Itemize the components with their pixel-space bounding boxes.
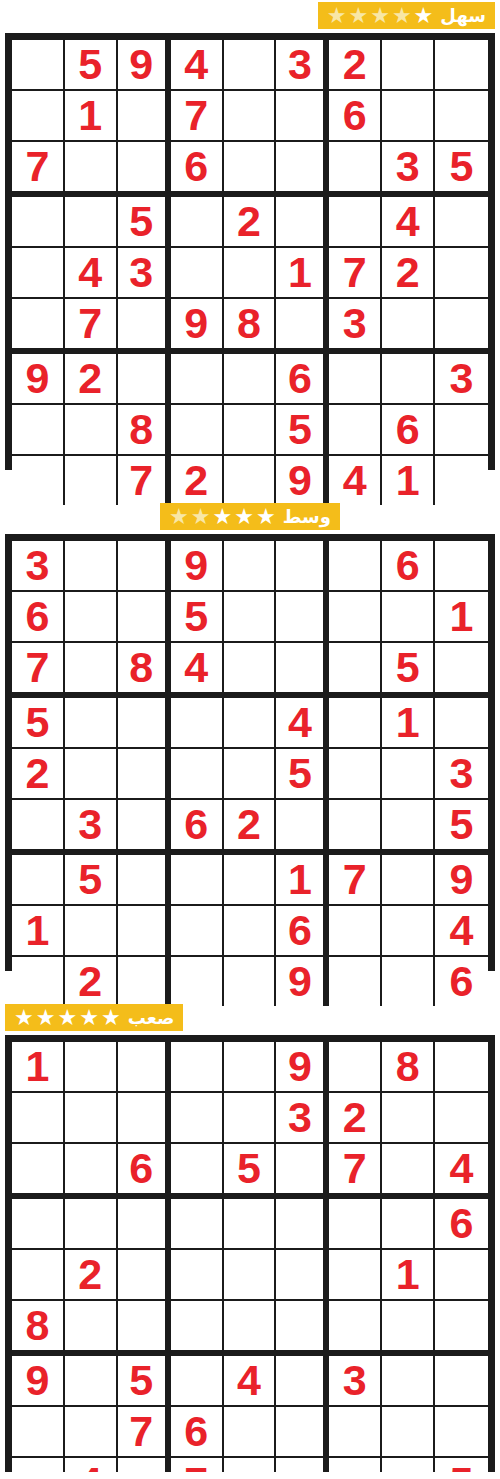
sudoku-cell-easy-r5c7[interactable]: 7	[329, 248, 382, 299]
sudoku-cell-easy-r5c8[interactable]: 2	[382, 248, 435, 299]
difficulty-banner-medium: ★★★★★ وسط	[160, 503, 340, 530]
sudoku-cell-medium-r6c9[interactable]: 5	[435, 800, 488, 855]
sudoku-cell-medium-r3c5[interactable]	[224, 643, 277, 698]
sudoku-cell-easy-r6c6[interactable]	[276, 299, 329, 354]
sudoku-cell-easy-r9c1[interactable]	[12, 456, 65, 505]
sudoku-cell-easy-r8c4[interactable]	[171, 405, 224, 456]
star-empty-icon: ★	[327, 2, 347, 29]
sudoku-cell-easy-r4c3[interactable]: 5	[118, 197, 171, 248]
sudoku-cell-medium-r1c3[interactable]	[118, 541, 171, 592]
sudoku-cell-medium-r8c8[interactable]	[382, 906, 435, 957]
sudoku-cell-hard-r9c9[interactable]: 5	[435, 1458, 488, 1472]
sudoku-cell-hard-r3c8[interactable]	[382, 1144, 435, 1199]
star-filled-icon: ★	[14, 1004, 34, 1031]
sudoku-cell-easy-r6c5[interactable]: 8	[224, 299, 277, 354]
sudoku-cell-hard-r7c2[interactable]	[65, 1356, 118, 1407]
sudoku-cell-easy-r7c9[interactable]: 3	[435, 354, 488, 405]
star-filled-icon: ★	[213, 503, 233, 530]
sudoku-cell-easy-r8c5[interactable]	[224, 405, 277, 456]
sudoku-cell-easy-r3c4[interactable]: 6	[171, 142, 224, 197]
sudoku-cell-medium-r6c6[interactable]	[276, 800, 329, 855]
sudoku-cell-easy-r5c4[interactable]	[171, 248, 224, 299]
sudoku-cell-hard-r9c2[interactable]: 4	[65, 1458, 118, 1472]
sudoku-cell-hard-r7c7[interactable]: 3	[329, 1356, 382, 1407]
sudoku-cell-medium-r6c2[interactable]: 3	[65, 800, 118, 855]
sudoku-cell-hard-r4c6[interactable]	[276, 1199, 329, 1250]
difficulty-banner-easy: ★★★★★ سهل	[318, 2, 495, 29]
difficulty-stars-easy: ★★★★★	[327, 2, 434, 29]
sudoku-cell-hard-r9c7[interactable]	[329, 1458, 382, 1472]
sudoku-cell-medium-r4c3[interactable]	[118, 698, 171, 749]
sudoku-cell-easy-r5c9[interactable]	[435, 248, 488, 299]
sudoku-cell-easy-r7c2[interactable]: 2	[65, 354, 118, 405]
sudoku-cell-medium-r7c5[interactable]	[224, 855, 277, 906]
sudoku-cell-medium-r8c9[interactable]: 4	[435, 906, 488, 957]
sudoku-cell-medium-r1c1[interactable]: 3	[12, 541, 65, 592]
star-filled-icon: ★	[57, 1004, 77, 1031]
sudoku-cell-medium-r4c2[interactable]	[65, 698, 118, 749]
sudoku-cell-hard-r4c4[interactable]	[171, 1199, 224, 1250]
sudoku-cell-easy-r2c2[interactable]: 1	[65, 91, 118, 142]
sudoku-cell-hard-r7c6[interactable]	[276, 1356, 329, 1407]
sudoku-cell-medium-r5c8[interactable]	[382, 749, 435, 800]
sudoku-cell-easy-r7c7[interactable]	[329, 354, 382, 405]
sudoku-cell-hard-r2c4[interactable]	[171, 1093, 224, 1144]
sudoku-cell-medium-r9c6[interactable]: 9	[276, 957, 329, 1006]
sudoku-cell-hard-r7c4[interactable]	[171, 1356, 224, 1407]
sudoku-cell-easy-r9c7[interactable]: 4	[329, 456, 382, 505]
sudoku-cell-easy-r5c2[interactable]: 4	[65, 248, 118, 299]
sudoku-cell-medium-r5c5[interactable]	[224, 749, 277, 800]
sudoku-cell-hard-r3c3[interactable]: 6	[118, 1144, 171, 1199]
sudoku-cell-hard-r6c6[interactable]	[276, 1301, 329, 1356]
sudoku-cell-easy-r1c8[interactable]	[382, 40, 435, 91]
sudoku-cell-easy-r2c7[interactable]: 6	[329, 91, 382, 142]
sudoku-cell-hard-r3c5[interactable]: 5	[224, 1144, 277, 1199]
sudoku-cell-medium-r4c1[interactable]: 5	[12, 698, 65, 749]
sudoku-cell-easy-r6c9[interactable]	[435, 299, 488, 354]
sudoku-cell-medium-r5c1[interactable]: 2	[12, 749, 65, 800]
sudoku-cell-medium-r7c2[interactable]: 5	[65, 855, 118, 906]
sudoku-cell-medium-r1c4[interactable]: 9	[171, 541, 224, 592]
sudoku-cell-hard-r1c3[interactable]	[118, 1042, 171, 1093]
sudoku-cell-hard-r1c6[interactable]: 9	[276, 1042, 329, 1093]
sudoku-cell-easy-r6c3[interactable]	[118, 299, 171, 354]
sudoku-cell-easy-r8c8[interactable]: 6	[382, 405, 435, 456]
sudoku-cell-hard-r5c4[interactable]	[171, 1250, 224, 1301]
sudoku-cell-hard-r5c5[interactable]	[224, 1250, 277, 1301]
sudoku-cell-hard-r1c1[interactable]: 1	[12, 1042, 65, 1093]
sudoku-cell-medium-r2c5[interactable]	[224, 592, 277, 643]
puzzle-medium: ★★★★★ وسط 396651784554125336255179164296	[0, 503, 500, 971]
sudoku-cell-easy-r5c6[interactable]: 1	[276, 248, 329, 299]
sudoku-cell-hard-r5c3[interactable]	[118, 1250, 171, 1301]
sudoku-cell-medium-r8c5[interactable]	[224, 906, 277, 957]
sudoku-cell-hard-r3c4[interactable]	[171, 1144, 224, 1199]
sudoku-cell-hard-r2c2[interactable]	[65, 1093, 118, 1144]
sudoku-grid-medium: 396651784554125336255179164296	[5, 534, 495, 971]
sudoku-cell-medium-r4c6[interactable]: 4	[276, 698, 329, 749]
sudoku-cell-medium-r9c8[interactable]	[382, 957, 435, 1006]
sudoku-cell-medium-r2c4[interactable]: 5	[171, 592, 224, 643]
sudoku-cell-hard-r2c5[interactable]	[224, 1093, 277, 1144]
sudoku-cell-easy-r9c5[interactable]	[224, 456, 277, 505]
star-empty-icon: ★	[370, 2, 390, 29]
sudoku-cell-easy-r1c9[interactable]	[435, 40, 488, 91]
sudoku-cell-medium-r9c1[interactable]	[12, 957, 65, 1006]
sudoku-cell-hard-r2c6[interactable]: 3	[276, 1093, 329, 1144]
sudoku-cell-hard-r2c9[interactable]	[435, 1093, 488, 1144]
puzzle-easy: ★★★★★ سهل 594321767635524431727983926385…	[0, 2, 500, 470]
sudoku-cell-hard-r7c9[interactable]	[435, 1356, 488, 1407]
sudoku-cell-hard-r5c8[interactable]: 1	[382, 1250, 435, 1301]
sudoku-cell-hard-r5c2[interactable]: 2	[65, 1250, 118, 1301]
sudoku-cell-medium-r6c3[interactable]	[118, 800, 171, 855]
sudoku-cell-medium-r4c4[interactable]	[171, 698, 224, 749]
sudoku-cell-medium-r1c5[interactable]	[224, 541, 277, 592]
sudoku-cell-hard-r6c7[interactable]	[329, 1301, 382, 1356]
sudoku-cell-hard-r3c1[interactable]	[12, 1144, 65, 1199]
sudoku-cell-medium-r4c9[interactable]	[435, 698, 488, 749]
sudoku-cell-hard-r1c2[interactable]	[65, 1042, 118, 1093]
sudoku-cell-easy-r4c5[interactable]: 2	[224, 197, 277, 248]
sudoku-cell-medium-r9c2[interactable]: 2	[65, 957, 118, 1006]
sudoku-cell-easy-r4c7[interactable]	[329, 197, 382, 248]
sudoku-cell-hard-r5c6[interactable]	[276, 1250, 329, 1301]
sudoku-cell-hard-r7c1[interactable]: 9	[12, 1356, 65, 1407]
sudoku-cell-hard-r6c3[interactable]	[118, 1301, 171, 1356]
sudoku-cell-easy-r6c1[interactable]	[12, 299, 65, 354]
sudoku-cell-hard-r4c3[interactable]	[118, 1199, 171, 1250]
sudoku-cell-easy-r9c8[interactable]: 1	[382, 456, 435, 505]
sudoku-cell-medium-r7c8[interactable]	[382, 855, 435, 906]
sudoku-cell-easy-r1c1[interactable]	[12, 40, 65, 91]
banner-row-easy: ★★★★★ سهل	[5, 2, 495, 29]
sudoku-cell-medium-r8c6[interactable]: 6	[276, 906, 329, 957]
sudoku-cell-medium-r3c4[interactable]: 4	[171, 643, 224, 698]
sudoku-cell-medium-r2c6[interactable]	[276, 592, 329, 643]
sudoku-cell-hard-r8c2[interactable]	[65, 1407, 118, 1458]
sudoku-cell-easy-r3c5[interactable]	[224, 142, 277, 197]
banner-row-hard: ★★★★★ صعب	[5, 1004, 495, 1031]
sudoku-cell-medium-r9c4[interactable]	[171, 957, 224, 1006]
star-filled-icon: ★	[414, 2, 434, 29]
sudoku-cell-easy-r7c8[interactable]	[382, 354, 435, 405]
sudoku-sheet: ★★★★★ سهل 594321767635524431727983926385…	[0, 2, 500, 1472]
star-filled-icon: ★	[101, 1004, 121, 1031]
sudoku-cell-easy-r1c7[interactable]: 2	[329, 40, 382, 91]
sudoku-cell-medium-r9c5[interactable]	[224, 957, 277, 1006]
difficulty-stars-medium: ★★★★★	[169, 503, 276, 530]
sudoku-cell-medium-r7c1[interactable]	[12, 855, 65, 906]
sudoku-cell-easy-r3c2[interactable]	[65, 142, 118, 197]
sudoku-cell-hard-r2c3[interactable]	[118, 1093, 171, 1144]
sudoku-cell-easy-r5c5[interactable]	[224, 248, 277, 299]
sudoku-cell-hard-r8c5[interactable]	[224, 1407, 277, 1458]
sudoku-cell-hard-r4c5[interactable]	[224, 1199, 277, 1250]
sudoku-cell-hard-r9c4[interactable]: 7	[171, 1458, 224, 1472]
sudoku-cell-easy-r7c6[interactable]: 6	[276, 354, 329, 405]
sudoku-cell-hard-r6c2[interactable]	[65, 1301, 118, 1356]
sudoku-cell-hard-r5c9[interactable]	[435, 1250, 488, 1301]
sudoku-cell-medium-r1c2[interactable]	[65, 541, 118, 592]
sudoku-cell-medium-r2c7[interactable]	[329, 592, 382, 643]
sudoku-cell-easy-r6c7[interactable]: 3	[329, 299, 382, 354]
sudoku-cell-easy-r3c8[interactable]: 3	[382, 142, 435, 197]
sudoku-cell-medium-r2c2[interactable]	[65, 592, 118, 643]
sudoku-cell-easy-r6c2[interactable]: 7	[65, 299, 118, 354]
sudoku-cell-medium-r8c4[interactable]	[171, 906, 224, 957]
sudoku-cell-easy-r2c3[interactable]	[118, 91, 171, 142]
sudoku-cell-easy-r8c6[interactable]: 5	[276, 405, 329, 456]
sudoku-cell-medium-r6c1[interactable]	[12, 800, 65, 855]
sudoku-cell-easy-r3c1[interactable]: 7	[12, 142, 65, 197]
sudoku-cell-hard-r1c8[interactable]: 8	[382, 1042, 435, 1093]
sudoku-cell-easy-r9c3[interactable]: 7	[118, 456, 171, 505]
sudoku-cell-hard-r6c1[interactable]: 8	[12, 1301, 65, 1356]
star-empty-icon: ★	[348, 2, 368, 29]
sudoku-cell-easy-r6c8[interactable]	[382, 299, 435, 354]
sudoku-cell-medium-r2c3[interactable]	[118, 592, 171, 643]
sudoku-cell-easy-r8c7[interactable]	[329, 405, 382, 456]
sudoku-cell-easy-r1c3[interactable]: 9	[118, 40, 171, 91]
sudoku-cell-easy-r9c6[interactable]: 9	[276, 456, 329, 505]
sudoku-cell-easy-r7c3[interactable]	[118, 354, 171, 405]
sudoku-cell-medium-r6c4[interactable]: 6	[171, 800, 224, 855]
sudoku-cell-medium-r3c1[interactable]: 7	[12, 643, 65, 698]
sudoku-cell-medium-r1c7[interactable]	[329, 541, 382, 592]
sudoku-cell-hard-r8c4[interactable]: 6	[171, 1407, 224, 1458]
sudoku-cell-medium-r3c9[interactable]	[435, 643, 488, 698]
sudoku-cell-medium-r9c7[interactable]	[329, 957, 382, 1006]
sudoku-cell-easy-r5c1[interactable]	[12, 248, 65, 299]
sudoku-cell-medium-r6c5[interactable]: 2	[224, 800, 277, 855]
sudoku-cell-easy-r5c3[interactable]: 3	[118, 248, 171, 299]
sudoku-cell-hard-r8c8[interactable]	[382, 1407, 435, 1458]
sudoku-cell-medium-r6c7[interactable]	[329, 800, 382, 855]
sudoku-cell-easy-r8c3[interactable]: 8	[118, 405, 171, 456]
sudoku-cell-easy-r6c4[interactable]: 9	[171, 299, 224, 354]
star-filled-icon: ★	[79, 1004, 99, 1031]
sudoku-cell-medium-r8c7[interactable]	[329, 906, 382, 957]
sudoku-cell-hard-r9c6[interactable]	[276, 1458, 329, 1472]
star-empty-icon: ★	[392, 2, 412, 29]
star-empty-icon: ★	[169, 503, 189, 530]
sudoku-cell-medium-r8c3[interactable]	[118, 906, 171, 957]
sudoku-cell-medium-r5c3[interactable]	[118, 749, 171, 800]
sudoku-cell-easy-r2c5[interactable]	[224, 91, 277, 142]
sudoku-cell-medium-r3c3[interactable]: 8	[118, 643, 171, 698]
sudoku-cell-hard-r4c1[interactable]	[12, 1199, 65, 1250]
sudoku-cell-easy-r9c2[interactable]	[65, 456, 118, 505]
sudoku-cell-easy-r7c4[interactable]	[171, 354, 224, 405]
sudoku-cell-medium-r9c3[interactable]	[118, 957, 171, 1006]
sudoku-cell-easy-r4c2[interactable]	[65, 197, 118, 248]
sudoku-cell-medium-r4c7[interactable]	[329, 698, 382, 749]
sudoku-cell-hard-r3c2[interactable]	[65, 1144, 118, 1199]
sudoku-cell-easy-r2c6[interactable]	[276, 91, 329, 142]
sudoku-cell-medium-r8c2[interactable]	[65, 906, 118, 957]
sudoku-cell-easy-r8c1[interactable]	[12, 405, 65, 456]
sudoku-cell-hard-r8c7[interactable]	[329, 1407, 382, 1458]
sudoku-cell-medium-r7c3[interactable]	[118, 855, 171, 906]
sudoku-cell-hard-r9c8[interactable]	[382, 1458, 435, 1472]
sudoku-cell-easy-r4c9[interactable]	[435, 197, 488, 248]
sudoku-cell-easy-r3c3[interactable]	[118, 142, 171, 197]
sudoku-cell-easy-r4c8[interactable]: 4	[382, 197, 435, 248]
puzzle-hard: ★★★★★ صعب 1983265746218954376475	[0, 1004, 500, 1472]
sudoku-cell-medium-r3c7[interactable]	[329, 643, 382, 698]
sudoku-cell-easy-r3c9[interactable]: 5	[435, 142, 488, 197]
sudoku-cell-medium-r6c8[interactable]	[382, 800, 435, 855]
sudoku-cell-easy-r9c4[interactable]: 2	[171, 456, 224, 505]
sudoku-cell-easy-r2c1[interactable]	[12, 91, 65, 142]
sudoku-cell-hard-r6c9[interactable]	[435, 1301, 488, 1356]
sudoku-cell-medium-r1c8[interactable]: 6	[382, 541, 435, 592]
sudoku-cell-easy-r7c5[interactable]	[224, 354, 277, 405]
sudoku-cell-hard-r1c7[interactable]	[329, 1042, 382, 1093]
sudoku-cell-hard-r8c6[interactable]	[276, 1407, 329, 1458]
sudoku-cell-hard-r9c5[interactable]	[224, 1458, 277, 1472]
sudoku-cell-hard-r6c4[interactable]	[171, 1301, 224, 1356]
sudoku-cell-hard-r7c8[interactable]	[382, 1356, 435, 1407]
difficulty-label-hard: صعب	[128, 1004, 175, 1031]
star-empty-icon: ★	[191, 503, 211, 530]
banner-row-medium: ★★★★★ وسط	[5, 503, 495, 530]
sudoku-cell-hard-r4c9[interactable]: 6	[435, 1199, 488, 1250]
sudoku-cell-medium-r4c8[interactable]: 1	[382, 698, 435, 749]
sudoku-cell-medium-r1c6[interactable]	[276, 541, 329, 592]
sudoku-cell-medium-r4c5[interactable]	[224, 698, 277, 749]
difficulty-label-medium: وسط	[283, 503, 331, 530]
sudoku-cell-medium-r7c9[interactable]: 9	[435, 855, 488, 906]
sudoku-cell-medium-r8c1[interactable]: 1	[12, 906, 65, 957]
sudoku-cell-easy-r3c6[interactable]	[276, 142, 329, 197]
sudoku-cell-medium-r3c2[interactable]	[65, 643, 118, 698]
sudoku-cell-hard-r6c5[interactable]	[224, 1301, 277, 1356]
sudoku-cell-easy-r7c1[interactable]: 9	[12, 354, 65, 405]
sudoku-cell-hard-r7c5[interactable]: 4	[224, 1356, 277, 1407]
sudoku-cell-hard-r4c8[interactable]	[382, 1199, 435, 1250]
sudoku-cell-easy-r2c4[interactable]: 7	[171, 91, 224, 142]
sudoku-cell-medium-r3c8[interactable]: 5	[382, 643, 435, 698]
sudoku-cell-hard-r5c1[interactable]	[12, 1250, 65, 1301]
sudoku-cell-medium-r5c6[interactable]: 5	[276, 749, 329, 800]
sudoku-cell-hard-r1c5[interactable]	[224, 1042, 277, 1093]
sudoku-cell-hard-r9c3[interactable]	[118, 1458, 171, 1472]
sudoku-cell-hard-r4c2[interactable]	[65, 1199, 118, 1250]
sudoku-cell-hard-r1c4[interactable]	[171, 1042, 224, 1093]
sudoku-cell-hard-r2c7[interactable]: 2	[329, 1093, 382, 1144]
sudoku-cell-hard-r3c9[interactable]: 4	[435, 1144, 488, 1199]
sudoku-cell-medium-r7c7[interactable]: 7	[329, 855, 382, 906]
sudoku-cell-medium-r1c9[interactable]	[435, 541, 488, 592]
sudoku-cell-easy-r3c7[interactable]	[329, 142, 382, 197]
sudoku-cell-easy-r4c6[interactable]	[276, 197, 329, 248]
sudoku-cell-easy-r1c6[interactable]: 3	[276, 40, 329, 91]
sudoku-cell-hard-r5c7[interactable]	[329, 1250, 382, 1301]
sudoku-cell-easy-r2c8[interactable]	[382, 91, 435, 142]
sudoku-cell-easy-r8c2[interactable]	[65, 405, 118, 456]
sudoku-grid-hard: 1983265746218954376475	[5, 1035, 495, 1472]
sudoku-cell-easy-r4c4[interactable]	[171, 197, 224, 248]
sudoku-cell-medium-r5c7[interactable]	[329, 749, 382, 800]
sudoku-cell-hard-r7c3[interactable]: 5	[118, 1356, 171, 1407]
star-filled-icon: ★	[36, 1004, 56, 1031]
sudoku-cell-hard-r1c9[interactable]	[435, 1042, 488, 1093]
difficulty-stars-hard: ★★★★★	[14, 1004, 121, 1031]
sudoku-cell-medium-r2c9[interactable]: 1	[435, 592, 488, 643]
sudoku-cell-hard-r9c1[interactable]	[12, 1458, 65, 1472]
sudoku-cell-hard-r8c1[interactable]	[12, 1407, 65, 1458]
sudoku-cell-medium-r5c4[interactable]	[171, 749, 224, 800]
sudoku-cell-hard-r4c7[interactable]	[329, 1199, 382, 1250]
sudoku-cell-medium-r3c6[interactable]	[276, 643, 329, 698]
sudoku-cell-hard-r8c3[interactable]: 7	[118, 1407, 171, 1458]
difficulty-label-easy: سهل	[440, 2, 486, 29]
sudoku-cell-easy-r9c9[interactable]	[435, 456, 488, 505]
sudoku-cell-hard-r3c7[interactable]: 7	[329, 1144, 382, 1199]
sudoku-cell-easy-r1c5[interactable]	[224, 40, 277, 91]
sudoku-cell-medium-r7c4[interactable]	[171, 855, 224, 906]
sudoku-cell-medium-r9c9[interactable]: 6	[435, 957, 488, 1006]
sudoku-grid-easy: 594321767635524431727983926385672941	[5, 33, 495, 470]
sudoku-cell-easy-r4c1[interactable]	[12, 197, 65, 248]
sudoku-cell-hard-r8c9[interactable]	[435, 1407, 488, 1458]
sudoku-cell-medium-r5c2[interactable]	[65, 749, 118, 800]
difficulty-banner-hard: ★★★★★ صعب	[5, 1004, 183, 1031]
sudoku-cell-medium-r2c8[interactable]	[382, 592, 435, 643]
sudoku-cell-hard-r6c8[interactable]	[382, 1301, 435, 1356]
sudoku-cell-medium-r2c1[interactable]: 6	[12, 592, 65, 643]
star-filled-icon: ★	[234, 503, 254, 530]
sudoku-cell-medium-r7c6[interactable]: 1	[276, 855, 329, 906]
sudoku-cell-easy-r2c9[interactable]	[435, 91, 488, 142]
sudoku-cell-hard-r2c8[interactable]	[382, 1093, 435, 1144]
sudoku-cell-easy-r8c9[interactable]	[435, 405, 488, 456]
sudoku-cell-medium-r5c9[interactable]: 3	[435, 749, 488, 800]
sudoku-cell-hard-r3c6[interactable]	[276, 1144, 329, 1199]
sudoku-cell-easy-r1c2[interactable]: 5	[65, 40, 118, 91]
star-filled-icon: ★	[256, 503, 276, 530]
sudoku-cell-easy-r1c4[interactable]: 4	[171, 40, 224, 91]
sudoku-cell-hard-r2c1[interactable]	[12, 1093, 65, 1144]
